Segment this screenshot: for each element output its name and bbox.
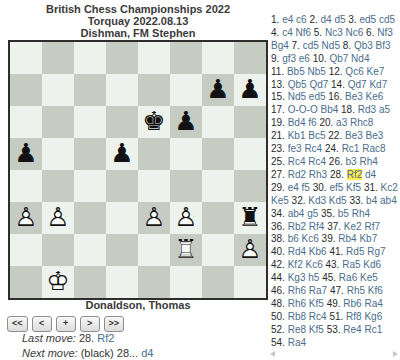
move-link[interactable]: cd5	[303, 40, 319, 51]
square-g7: ♟	[202, 74, 234, 106]
move-link[interactable]: Nc6	[346, 27, 364, 38]
move-link[interactable]: Rh5	[347, 285, 365, 296]
move-link[interactable]: Rh4	[359, 156, 377, 167]
move-link[interactable]: Kc6	[302, 233, 319, 244]
piece-white-pawn: ♟♙	[234, 234, 266, 266]
square-g4	[202, 170, 234, 202]
move-link[interactable]: Nf6	[295, 27, 311, 38]
move-link[interactable]: Nb5	[308, 66, 326, 77]
square-b4	[42, 170, 74, 202]
next-move-label: Next move:	[22, 347, 78, 359]
move-list-line: 21. Kb1 Bc5 22. Be3 Be3	[271, 130, 399, 143]
square-h6	[234, 106, 266, 138]
move-number: 33.	[349, 195, 363, 206]
square-e1	[138, 266, 170, 298]
square-e2	[138, 234, 170, 266]
move-link[interactable]: Rhc8	[350, 117, 373, 128]
square-g2	[202, 234, 234, 266]
black-player-name: Dishman, FM Stephen	[0, 27, 276, 39]
move-list-line: 15. Nd5 ed5 16. Be3 Ke6	[271, 91, 399, 104]
move-number: 25.	[271, 156, 285, 167]
move-link[interactable]: Kc6	[305, 259, 322, 270]
site-date: Torquay 2022.08.13	[0, 15, 276, 27]
move-link[interactable]: Kg3	[288, 272, 306, 283]
move-number: 44.	[271, 272, 285, 283]
piece-black-pawn: ♟	[106, 138, 138, 170]
square-a6	[10, 106, 42, 138]
move-list-line: 52. Re8 Kf5 53. Re4 Rc1	[271, 324, 399, 337]
board: ♟♟♚♟♟♟♟♙♟♙♟♙♟♙♜♜♖♟♙♚♔	[8, 40, 268, 300]
move-number: 29.	[271, 182, 285, 193]
move-link[interactable]: cd5	[379, 14, 395, 25]
move-list-line: 38. b6 Kc6 39. Rb4 Kb7	[271, 233, 399, 246]
move-link[interactable]: Bc5	[308, 130, 325, 141]
move-list-line: 50. Rb8 Rc4 51. Rf8 Kg6	[271, 311, 399, 324]
square-h8	[234, 42, 266, 74]
move-list-line: 36. Rb2 Rf4 37. Ke2 Rf7	[271, 221, 399, 234]
move-number: 24.	[325, 143, 339, 154]
move-list-line: 13. Qb5 Qd7 14. Qd7 Kd7	[271, 79, 399, 92]
move-link[interactable]: fe3	[288, 143, 302, 154]
square-b8	[42, 42, 74, 74]
move-link[interactable]: e4	[282, 14, 293, 25]
square-f8	[170, 42, 202, 74]
move-link[interactable]: Rf2	[347, 169, 363, 180]
next-move-status: Next move: (black) 28... d4	[22, 346, 153, 360]
square-b3: ♟♙	[42, 202, 74, 234]
move-number: 6.	[366, 27, 374, 38]
move-number: 30.	[313, 182, 327, 193]
square-c1	[74, 266, 106, 298]
move-link[interactable]: Qc6	[345, 66, 363, 77]
move-link[interactable]: Ra4	[364, 298, 382, 309]
move-link[interactable]: d5	[334, 14, 345, 25]
move-link[interactable]: Kd7	[369, 79, 387, 90]
move-link[interactable]: e6	[299, 53, 310, 64]
move-link[interactable]: Re4	[343, 324, 361, 335]
move-number: 19.	[271, 117, 285, 128]
move-link[interactable]: Kd5	[329, 195, 347, 206]
move-link[interactable]: f6	[308, 117, 316, 128]
move-link[interactable]: Qb7	[329, 53, 348, 64]
move-link[interactable]: ab4	[288, 208, 305, 219]
move-link[interactable]: ed5	[309, 91, 326, 102]
last-move-number: 28.	[79, 332, 94, 344]
white-player-name: Donaldson, Thomas	[0, 299, 276, 311]
move-link[interactable]: Ke2	[344, 221, 362, 232]
move-list-line: 1. e4 c6 2. d4 d5 3. ed5 cd5	[271, 14, 399, 27]
move-number: 17.	[271, 104, 285, 115]
move-link[interactable]: O-O-O	[288, 104, 318, 115]
move-link[interactable]: Rc4	[304, 143, 322, 154]
move-number: 51.	[329, 311, 343, 322]
square-c6	[74, 106, 106, 138]
square-b5	[42, 138, 74, 170]
square-h3: ♜	[234, 202, 266, 234]
square-g5	[202, 138, 234, 170]
move-link[interactable]: g5	[307, 208, 318, 219]
square-f3: ♟♙	[170, 202, 202, 234]
move-link[interactable]: Qb3	[354, 40, 373, 51]
move-link[interactable]: Rb8	[288, 311, 306, 322]
move-number: 47.	[330, 285, 344, 296]
piece-black-pawn: ♟	[170, 106, 202, 138]
square-c5	[74, 138, 106, 170]
move-list-line: Ke5 32. Kd3 Kd5 33. b4 ab4	[271, 195, 399, 208]
move-link[interactable]: e4	[288, 182, 299, 193]
piece-white-pawn: ♟♙	[42, 202, 74, 234]
move-link[interactable]: Be3	[366, 130, 384, 141]
nav-last-button[interactable]: >>	[104, 316, 125, 332]
move-link[interactable]: Rb4	[338, 233, 356, 244]
square-e7	[138, 74, 170, 106]
move-link[interactable]: d4	[321, 14, 332, 25]
piece-black-rook: ♜	[234, 202, 266, 234]
square-c7	[74, 74, 106, 106]
move-number: 50.	[271, 311, 285, 322]
move-link[interactable]: a3	[336, 117, 347, 128]
move-number: 36.	[271, 221, 285, 232]
move-link[interactable]: Nd5	[322, 40, 340, 51]
nav-autoplay-button[interactable]: +	[56, 316, 76, 332]
move-link[interactable]: Bg4	[271, 40, 289, 51]
square-h1	[234, 266, 266, 298]
move-list-line: 46. Rh6 Ra7 47. Rh5 Kf6	[271, 285, 399, 298]
piece-black-pawn: ♟	[10, 138, 42, 170]
move-number: 20.	[319, 117, 333, 128]
move-number: 54.	[271, 337, 285, 348]
move-link[interactable]: Rh6	[288, 298, 306, 309]
move-number: 3.	[348, 14, 356, 25]
move-number: 12.	[329, 66, 343, 77]
move-link[interactable]: b4	[366, 195, 377, 206]
last-move-status: Last move: 28. Rf2	[22, 331, 153, 346]
next-move-san[interactable]: d4	[141, 347, 153, 359]
scroll-right-icon[interactable]	[393, 351, 398, 357]
square-d7	[106, 74, 138, 106]
move-number: 32.	[292, 195, 306, 206]
piece-white-pawn: ♟♙	[10, 202, 42, 234]
move-link[interactable]: h5	[308, 272, 319, 283]
move-link[interactable]: c6	[296, 14, 307, 25]
move-number: 28.	[330, 169, 344, 180]
move-number: 26.	[329, 156, 343, 167]
move-number: 1.	[271, 14, 279, 25]
piece-white-king: ♚♔	[42, 266, 74, 298]
move-link[interactable]: Rd2	[288, 169, 306, 180]
event-title: British Chess Championships 2022	[0, 3, 276, 15]
square-e6: ♚	[138, 106, 170, 138]
square-g6	[202, 106, 234, 138]
move-number: 52.	[271, 324, 285, 335]
move-number: 2.	[309, 14, 317, 25]
move-link[interactable]: f5	[302, 182, 310, 193]
square-a2	[10, 234, 42, 266]
move-link[interactable]: Kd6	[363, 259, 381, 270]
move-link[interactable]: b6	[288, 233, 299, 244]
move-number: 49.	[327, 298, 341, 309]
move-link[interactable]: Rc4	[308, 156, 326, 167]
square-a7	[10, 74, 42, 106]
move-link[interactable]: Kf2	[288, 259, 303, 270]
square-b2	[42, 234, 74, 266]
move-link[interactable]: Nf3	[377, 27, 393, 38]
move-link[interactable]: Rf4	[309, 221, 325, 232]
move-link[interactable]: Rc4	[288, 156, 306, 167]
move-list-line: 34. ab4 g5 35. b5 Rh4	[271, 208, 399, 221]
status-block: Last move: 28. Rf2 Next move: (black) 28…	[22, 331, 153, 360]
move-number: 9.	[271, 53, 279, 64]
square-d8	[106, 42, 138, 74]
move-list-line: 40. Rd4 Kb6 41. Rd5 Rg7	[271, 246, 399, 259]
square-c2	[74, 234, 106, 266]
piece-white-rook: ♜♖	[170, 234, 202, 266]
move-link[interactable]: Ke6	[366, 91, 384, 102]
move-link[interactable]: c4	[282, 27, 293, 38]
move-link[interactable]: Ra7	[309, 285, 327, 296]
move-number: 5.	[314, 27, 322, 38]
square-c4	[74, 170, 106, 202]
move-number: 38.	[271, 233, 285, 244]
move-number: 34.	[271, 208, 285, 219]
move-link[interactable]: Rh6	[288, 285, 306, 296]
move-link[interactable]: Rb6	[343, 298, 361, 309]
move-link[interactable]: Rf8	[346, 311, 362, 322]
move-link[interactable]: b3	[346, 156, 357, 167]
move-list-line: 48. Rh6 Kf5 49. Rb6 Ra4	[271, 298, 399, 311]
move-number: 45.	[322, 272, 336, 283]
move-number: 11.	[271, 66, 284, 77]
square-h2: ♟♙	[234, 234, 266, 266]
square-d3	[106, 202, 138, 234]
last-move-san[interactable]: Rf2	[97, 332, 114, 344]
piece-white-pawn: ♟♙	[138, 202, 170, 234]
move-link[interactable]: Kb6	[309, 246, 327, 257]
move-link[interactable]: Kb7	[359, 233, 377, 244]
move-link[interactable]: Be3	[345, 91, 363, 102]
move-link[interactable]: Nc3	[325, 27, 343, 38]
move-link[interactable]: ef5	[329, 182, 343, 193]
horizontal-scrollbar[interactable]	[270, 351, 398, 358]
move-number: 23.	[271, 143, 285, 154]
move-link[interactable]: Rac8	[362, 143, 385, 154]
move-link[interactable]: Ra6	[339, 272, 357, 283]
move-number: 31.	[364, 182, 378, 193]
square-d5: ♟	[106, 138, 138, 170]
square-e4	[138, 170, 170, 202]
move-link[interactable]: Re8	[288, 324, 306, 335]
move-list-line: 19. Bd4 f6 20. a3 Rhc8	[271, 117, 399, 130]
move-list: 1. e4 c6 2. d4 d5 3. ed5 cd54. c4 Nf6 5.…	[271, 14, 399, 350]
move-list-line: 54. Ra4	[271, 337, 399, 350]
move-link[interactable]: Ke7	[366, 66, 384, 77]
square-h4	[234, 170, 266, 202]
move-link[interactable]: gf3	[282, 53, 296, 64]
square-f5	[170, 138, 202, 170]
move-number: 21.	[271, 130, 285, 141]
next-move-prefix: (black) 28...	[81, 347, 138, 359]
move-link[interactable]: Ke5	[271, 195, 289, 206]
move-list-line: 9. gf3 e6 10. Qb7 Nd4	[271, 53, 399, 66]
square-c8	[74, 42, 106, 74]
move-link[interactable]: Bf3	[376, 40, 391, 51]
move-number: 8.	[343, 40, 351, 51]
move-link[interactable]: Bb4	[320, 104, 338, 115]
move-number: 15.	[271, 91, 285, 102]
move-link[interactable]: Nd4	[351, 53, 369, 64]
piece-black-pawn: ♟	[234, 74, 266, 106]
square-a3: ♟♙	[10, 202, 42, 234]
move-link[interactable]: Bd4	[288, 117, 306, 128]
square-b1: ♚♔	[42, 266, 74, 298]
nav-controls: <<<+>>>	[7, 312, 128, 332]
square-f6: ♟	[170, 106, 202, 138]
square-d2	[106, 234, 138, 266]
move-link[interactable]: Ra4	[288, 337, 306, 348]
square-f7	[170, 74, 202, 106]
move-link[interactable]: Kd3	[308, 195, 326, 206]
scroll-left-icon[interactable]	[270, 351, 275, 357]
move-link[interactable]: Bb5	[287, 66, 305, 77]
move-list-line: 42. Kf2 Kc6 43. Ra5 Kd6	[271, 259, 399, 272]
move-list-line: 25. Rc4 Rc4 26. b3 Rh4	[271, 156, 399, 169]
move-link[interactable]: Ke5	[360, 272, 378, 283]
move-link[interactable]: Qd7	[309, 79, 328, 90]
square-g8	[202, 42, 234, 74]
move-number: 18.	[341, 104, 355, 115]
move-list-line: 29. e4 f5 30. ef5 Kf5 31. Kc2	[271, 182, 399, 195]
move-number: 46.	[271, 285, 285, 296]
square-e5	[138, 138, 170, 170]
move-number: 41.	[329, 246, 343, 257]
move-link[interactable]: Kg6	[364, 311, 382, 322]
move-number: 37.	[327, 221, 341, 232]
move-list-line: 44. Kg3 h5 45. Ra6 Ke5	[271, 272, 399, 285]
move-number: 10.	[313, 53, 327, 64]
move-link[interactable]: Kf5	[309, 324, 324, 335]
move-number: 42.	[271, 259, 285, 270]
move-link[interactable]: Qb5	[288, 79, 307, 90]
move-list-line: 23. fe3 Rc4 24. Rc1 Rac8	[271, 143, 399, 156]
move-link[interactable]: ab4	[380, 195, 397, 206]
square-d1	[106, 266, 138, 298]
move-link[interactable]: Rf7	[364, 221, 380, 232]
nav-first-button[interactable]: <<	[7, 316, 28, 332]
move-list-line: 17. O-O-O Bb4 18. Rd3 a5	[271, 104, 399, 117]
square-d6	[106, 106, 138, 138]
move-number: 7.	[292, 40, 300, 51]
move-number: 43.	[326, 259, 340, 270]
square-f2: ♜♖	[170, 234, 202, 266]
move-link[interactable]: Rg7	[367, 246, 385, 257]
move-link[interactable]: Kf5	[309, 298, 324, 309]
nav-next-button[interactable]: >	[80, 316, 100, 332]
move-number: 22.	[328, 130, 342, 141]
move-link[interactable]: a5	[379, 104, 390, 115]
move-link[interactable]: Rc1	[364, 324, 382, 335]
square-e3: ♟♙	[138, 202, 170, 234]
square-h7: ♟	[234, 74, 266, 106]
move-number: 40.	[271, 246, 285, 257]
square-f4	[170, 170, 202, 202]
move-link[interactable]: Rd4	[288, 246, 306, 257]
move-link[interactable]: Kc2	[381, 182, 398, 193]
move-number: 39.	[322, 233, 336, 244]
chess-viewer: British Chess Championships 2022 Torquay…	[0, 0, 400, 360]
move-number: 13.	[271, 79, 285, 90]
move-number: 48.	[271, 298, 285, 309]
piece-black-pawn: ♟	[202, 74, 234, 106]
move-link[interactable]: Be3	[345, 130, 363, 141]
square-h5	[234, 138, 266, 170]
move-link[interactable]: d4	[365, 169, 376, 180]
move-list-line: Bg4 7. cd5 Nd5 8. Qb3 Bf3	[271, 40, 399, 53]
square-c3	[74, 202, 106, 234]
last-move-label: Last move:	[22, 332, 76, 344]
move-number: 27.	[271, 169, 285, 180]
move-link[interactable]: b5	[338, 208, 349, 219]
move-link[interactable]: Qd7	[348, 79, 367, 90]
square-a4	[10, 170, 42, 202]
move-number: 35.	[321, 208, 335, 219]
move-number: 14.	[331, 79, 345, 90]
move-link[interactable]: ed5	[359, 14, 376, 25]
piece-white-pawn: ♟♙	[170, 202, 202, 234]
square-f1	[170, 266, 202, 298]
move-link[interactable]: Rh4	[352, 208, 370, 219]
move-link[interactable]: Kb1	[288, 130, 306, 141]
move-number: 53.	[327, 324, 341, 335]
square-g1	[202, 266, 234, 298]
move-list-line: 27. Rd2 Rh3 28. Rf2 d4	[271, 169, 399, 182]
square-a5: ♟	[10, 138, 42, 170]
move-link[interactable]: Rc1	[342, 143, 360, 154]
move-link[interactable]: Ra5	[342, 259, 360, 270]
game-header: British Chess Championships 2022 Torquay…	[0, 3, 276, 39]
square-a1	[10, 266, 42, 298]
move-link[interactable]: Rd5	[346, 246, 364, 257]
square-b6	[42, 106, 74, 138]
move-link[interactable]: Rb2	[288, 221, 306, 232]
move-link[interactable]: Rd3	[358, 104, 376, 115]
square-g3	[202, 202, 234, 234]
move-link[interactable]: Kf5	[346, 182, 361, 193]
square-a8	[10, 42, 42, 74]
move-link[interactable]: Rh3	[309, 169, 327, 180]
move-link[interactable]: Rc4	[309, 311, 327, 322]
nav-prev-button[interactable]: <	[32, 316, 52, 332]
move-link[interactable]: Kf6	[368, 285, 383, 296]
move-list-line: 11. Bb5 Nb5 12. Qc6 Ke7	[271, 66, 399, 79]
piece-black-king: ♚	[138, 106, 170, 138]
square-e8	[138, 42, 170, 74]
move-number: 4.	[271, 27, 279, 38]
move-list-line: 4. c4 Nf6 5. Nc3 Nc6 6. Nf3	[271, 27, 399, 40]
square-b7	[42, 74, 74, 106]
square-d4	[106, 170, 138, 202]
move-link[interactable]: Nd5	[288, 91, 306, 102]
move-number: 16.	[328, 91, 342, 102]
